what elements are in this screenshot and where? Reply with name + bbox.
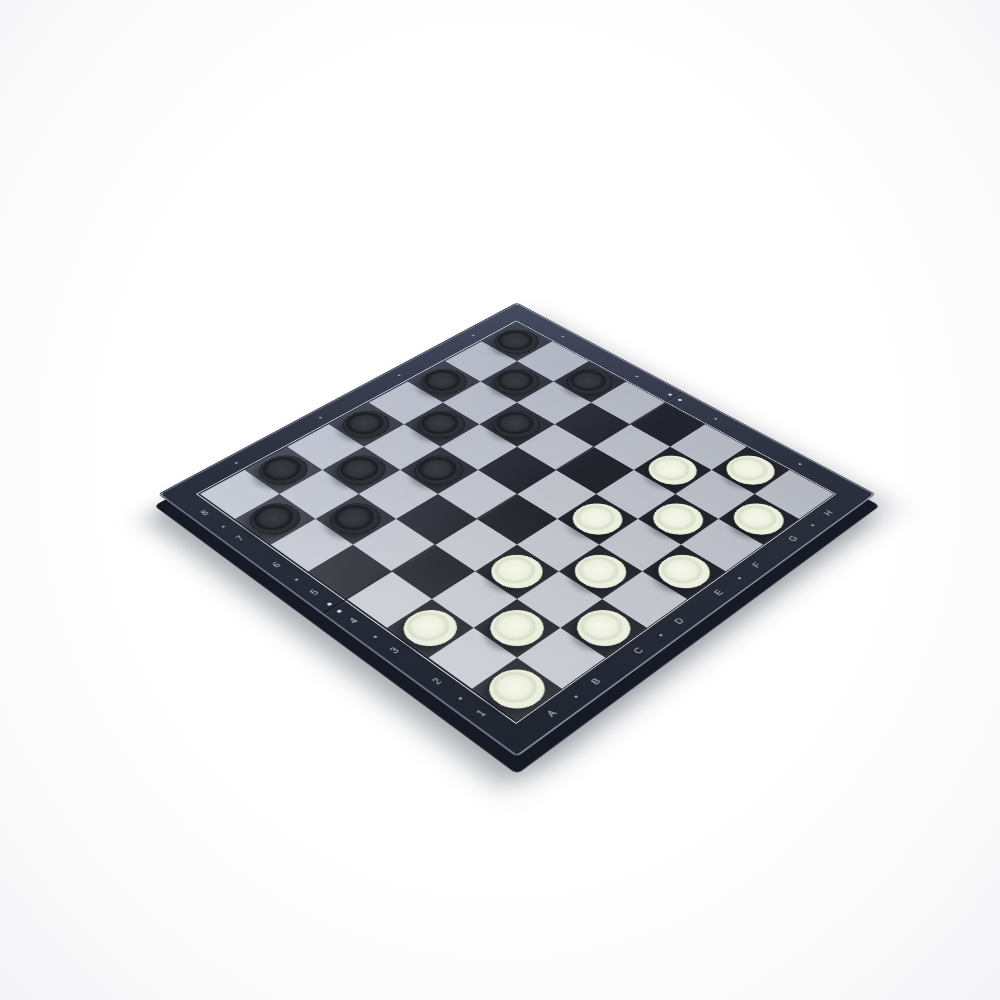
board-surface: ABCDEFGH12345678 [161, 304, 874, 755]
checkers-board: ABCDEFGH12345678 [161, 304, 874, 755]
photo-background: ABCDEFGH12345678 [0, 0, 1000, 1000]
scene: ABCDEFGH12345678 [0, 0, 1000, 1000]
